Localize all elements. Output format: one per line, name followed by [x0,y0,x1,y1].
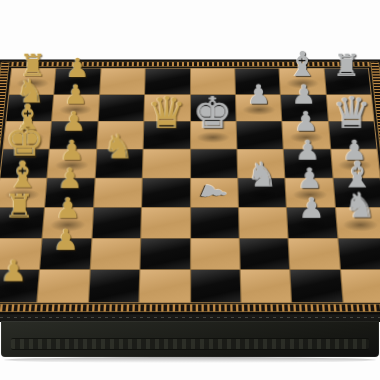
board-grid: ♜♟♝♜♞♟♟♟♝♟♛♚♟♛♚♟♞♟♟♝♟♟♞♟♝♜♟♟♞♟♟ [0,68,380,303]
piece-black-N-f4[interactable]: ♞ [246,158,277,193]
piece-white-P-b7[interactable]: ♟ [64,81,88,108]
square-d6[interactable]: ♛ [144,122,190,149]
square-g2[interactable] [289,238,340,269]
piece-black-P-g3[interactable]: ♟ [299,194,325,223]
square-g3[interactable]: ♟ [287,208,337,238]
square-f2[interactable] [240,238,290,269]
piece-white-P-a1[interactable]: ♟ [0,257,27,287]
piece-black-P-g7[interactable]: ♟ [292,81,316,108]
square-f4[interactable]: ♞ [238,178,286,207]
piece-white-P-b6[interactable]: ♟ [62,108,86,135]
square-e4[interactable]: ♟ [191,178,238,207]
piece-black-N-h3[interactable]: ♞ [345,187,377,222]
board-trim-far [1,62,379,67]
square-a3[interactable]: ♜ [0,208,44,238]
piece-black-P-g5[interactable]: ♟ [296,136,321,164]
piece-black-R-h8[interactable]: ♜ [334,51,361,81]
square-d2[interactable] [141,238,190,269]
piece-black-B-g8[interactable]: ♝ [287,47,318,81]
square-f6[interactable] [237,122,283,149]
square-f1[interactable] [241,270,292,302]
square-d3[interactable] [141,208,189,238]
square-c2[interactable] [91,238,141,269]
square-c8[interactable] [100,69,145,94]
piece-black-Q-h6[interactable]: ♛ [333,91,372,135]
square-c3[interactable] [92,208,141,238]
piece-black-P-g6[interactable]: ♟ [294,108,318,135]
piece-white-P-b8[interactable]: ♟ [66,55,90,81]
chess-board: ♜♟♝♜♞♟♟♟♝♟♛♚♟♛♚♟♞♟♟♝♟♟♞♟♝♜♟♟♞♟♟ [0,60,380,314]
square-c1[interactable] [89,270,140,302]
square-d1[interactable] [140,270,190,302]
piece-white-Q-d6[interactable]: ♛ [147,91,186,135]
square-b2[interactable]: ♟ [41,238,92,269]
square-e6[interactable]: ♚ [191,122,237,149]
piece-black-P-e4-fallen[interactable]: ♟ [195,181,234,203]
square-h3[interactable]: ♞ [336,208,380,238]
chess-set-photo: ♜♟♝♜♞♟♟♟♝♟♛♚♟♛♚♟♞♟♟♝♟♟♞♟♝♜♟♟♞♟♟ [0,0,380,380]
board-scene: ♜♟♝♜♞♟♟♟♝♟♛♚♟♛♚♟♞♟♟♝♟♟♞♟♝♜♟♟♞♟♟ [0,0,380,380]
square-d4[interactable] [142,178,189,207]
piece-white-R-a3[interactable]: ♜ [5,190,35,223]
square-e1[interactable] [191,270,241,302]
piece-black-P-f7[interactable]: ♟ [246,81,270,108]
piece-white-P-b3[interactable]: ♟ [55,194,81,223]
square-f3[interactable] [239,208,288,238]
piece-white-P-b5[interactable]: ♟ [60,136,85,164]
square-d5[interactable] [143,149,189,177]
square-e3[interactable] [191,208,239,238]
square-e5[interactable] [191,149,237,177]
piece-black-K-e6[interactable]: ♚ [194,91,233,135]
square-c4[interactable] [94,178,142,207]
square-g1[interactable] [291,270,342,302]
square-h1[interactable] [341,270,380,302]
square-b1[interactable] [38,270,89,302]
square-a1[interactable]: ♟ [0,270,39,302]
piece-white-P-b2[interactable]: ♟ [53,225,79,254]
square-f7[interactable]: ♟ [236,95,282,121]
board-trim-near [0,304,380,312]
square-e2[interactable] [191,238,240,269]
piece-white-N-c5[interactable]: ♞ [104,129,134,163]
square-c5[interactable]: ♞ [95,149,142,177]
piece-black-P-g4[interactable]: ♟ [297,164,322,192]
piece-white-P-b4[interactable]: ♟ [58,164,83,192]
square-h2[interactable] [338,238,380,269]
square-c7[interactable] [98,95,144,121]
